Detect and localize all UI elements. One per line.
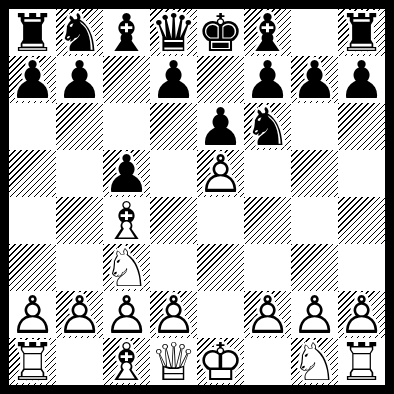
square-c7[interactable] <box>103 56 150 103</box>
black-knight-f6: ♞♞ <box>244 103 291 150</box>
piece-glyph: ♚ <box>197 9 244 56</box>
black-king-e8: ♚♚ <box>197 9 244 56</box>
piece-glyph: ♟ <box>9 56 56 103</box>
square-h4[interactable] <box>338 197 385 244</box>
black-pawn-b7: ♟♟ <box>56 56 103 103</box>
square-b5[interactable] <box>56 150 103 197</box>
square-c8[interactable]: ♝♝ <box>103 9 150 56</box>
square-f1[interactable] <box>244 338 291 385</box>
black-bishop-c8: ♝♝ <box>103 9 150 56</box>
piece-glyph: ♟ <box>56 56 103 103</box>
square-b1[interactable] <box>56 338 103 385</box>
black-pawn-a7: ♟♟ <box>9 56 56 103</box>
white-king-e1: ♚♔ <box>197 338 244 385</box>
square-a6[interactable] <box>9 103 56 150</box>
square-b4[interactable] <box>56 197 103 244</box>
square-d6[interactable] <box>150 103 197 150</box>
white-rook-h1: ♜♖ <box>338 338 385 385</box>
square-g4[interactable] <box>291 197 338 244</box>
square-a4[interactable] <box>9 197 56 244</box>
square-f5[interactable] <box>244 150 291 197</box>
square-e3[interactable] <box>197 244 244 291</box>
piece-glyph: ♘ <box>291 338 338 385</box>
square-h5[interactable] <box>338 150 385 197</box>
piece-glyph: ♝ <box>103 9 150 56</box>
white-pawn-f2: ♟♙ <box>244 291 291 338</box>
square-f4[interactable] <box>244 197 291 244</box>
piece-glyph: ♟ <box>150 56 197 103</box>
white-bishop-c1: ♝♗ <box>103 338 150 385</box>
square-d1[interactable]: ♛♕ <box>150 338 197 385</box>
piece-glyph: ♕ <box>150 338 197 385</box>
square-f6[interactable]: ♞♞ <box>244 103 291 150</box>
chess-board-frame: ♜♜♞♞♝♝♛♛♚♚♝♝♜♜♟♟♟♟♟♟♟♟♟♟♟♟♟♟♞♞♟♟♟♙♝♗♞♘♟♙… <box>0 0 394 394</box>
black-pawn-g7: ♟♟ <box>291 56 338 103</box>
square-a1[interactable]: ♜♖ <box>9 338 56 385</box>
square-b7[interactable]: ♟♟ <box>56 56 103 103</box>
square-a7[interactable]: ♟♟ <box>9 56 56 103</box>
piece-glyph: ♙ <box>56 291 103 338</box>
piece-glyph: ♗ <box>103 338 150 385</box>
square-d4[interactable] <box>150 197 197 244</box>
square-g1[interactable]: ♞♘ <box>291 338 338 385</box>
piece-glyph: ♖ <box>338 338 385 385</box>
square-a5[interactable] <box>9 150 56 197</box>
chess-board: ♜♜♞♞♝♝♛♛♚♚♝♝♜♜♟♟♟♟♟♟♟♟♟♟♟♟♟♟♞♞♟♟♟♙♝♗♞♘♟♙… <box>9 9 385 385</box>
square-h7[interactable]: ♟♟ <box>338 56 385 103</box>
square-d7[interactable]: ♟♟ <box>150 56 197 103</box>
square-c1[interactable]: ♝♗ <box>103 338 150 385</box>
square-f2[interactable]: ♟♙ <box>244 291 291 338</box>
white-knight-g1: ♞♘ <box>291 338 338 385</box>
white-rook-a1: ♜♖ <box>9 338 56 385</box>
piece-glyph: ♙ <box>244 291 291 338</box>
square-e1[interactable]: ♚♔ <box>197 338 244 385</box>
square-b6[interactable] <box>56 103 103 150</box>
square-g6[interactable] <box>291 103 338 150</box>
piece-glyph: ♙ <box>197 150 244 197</box>
square-h1[interactable]: ♜♖ <box>338 338 385 385</box>
square-e5[interactable]: ♟♙ <box>197 150 244 197</box>
white-pawn-b2: ♟♙ <box>56 291 103 338</box>
square-e8[interactable]: ♚♚ <box>197 9 244 56</box>
piece-glyph: ♟ <box>291 56 338 103</box>
square-h6[interactable] <box>338 103 385 150</box>
square-g5[interactable] <box>291 150 338 197</box>
piece-glyph: ♟ <box>338 56 385 103</box>
square-b2[interactable]: ♟♙ <box>56 291 103 338</box>
square-d5[interactable] <box>150 150 197 197</box>
square-g7[interactable]: ♟♟ <box>291 56 338 103</box>
white-pawn-e5: ♟♙ <box>197 150 244 197</box>
square-e4[interactable] <box>197 197 244 244</box>
piece-glyph: ♔ <box>197 338 244 385</box>
white-queen-d1: ♛♕ <box>150 338 197 385</box>
black-pawn-h7: ♟♟ <box>338 56 385 103</box>
piece-glyph: ♖ <box>9 338 56 385</box>
black-pawn-d7: ♟♟ <box>150 56 197 103</box>
piece-glyph: ♞ <box>244 103 291 150</box>
